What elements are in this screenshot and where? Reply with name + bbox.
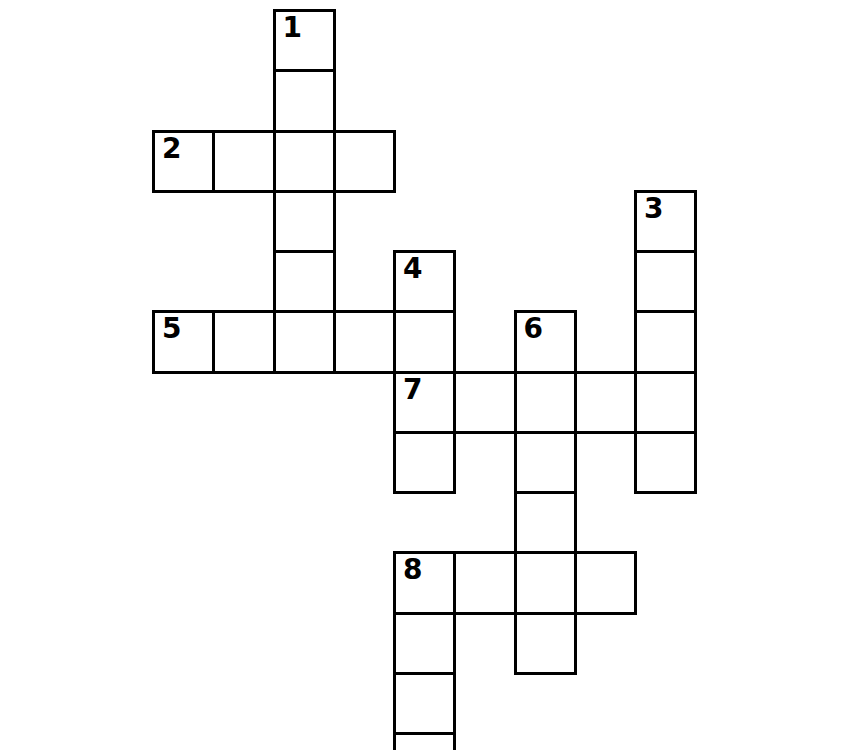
grid-cell[interactable] xyxy=(453,551,516,614)
grid-cell[interactable] xyxy=(634,250,697,313)
grid-cell[interactable] xyxy=(212,130,275,193)
grid-cell[interactable] xyxy=(514,551,577,614)
grid-cell[interactable] xyxy=(634,310,697,373)
grid-cell[interactable] xyxy=(634,371,697,434)
grid-cell[interactable] xyxy=(634,431,697,494)
grid-cell[interactable] xyxy=(393,612,456,675)
grid-cell[interactable] xyxy=(574,551,637,614)
grid-cell[interactable] xyxy=(574,371,637,434)
grid-cell[interactable]: 1 xyxy=(273,9,336,72)
grid-cell[interactable] xyxy=(273,130,336,193)
grid-cell[interactable]: 2 xyxy=(152,130,215,193)
grid-cell[interactable] xyxy=(393,431,456,494)
grid-cell[interactable] xyxy=(514,612,577,675)
grid-cell[interactable] xyxy=(273,310,336,373)
grid-cell[interactable] xyxy=(212,310,275,373)
clue-number: 3 xyxy=(644,194,663,224)
grid-cell[interactable] xyxy=(333,130,396,193)
clue-number: 5 xyxy=(162,314,181,344)
grid-cell[interactable] xyxy=(393,732,456,750)
grid-cell[interactable]: 4 xyxy=(393,250,456,313)
grid-cell[interactable]: 8 xyxy=(393,551,456,614)
grid-cell[interactable]: 7 xyxy=(393,371,456,434)
grid-cell[interactable] xyxy=(453,371,516,434)
grid-cell[interactable] xyxy=(273,190,336,253)
grid-cell[interactable] xyxy=(273,250,336,313)
crossword-board: 12345678 xyxy=(152,9,697,750)
grid-cell[interactable]: 5 xyxy=(152,310,215,373)
clue-number: 6 xyxy=(524,314,543,344)
grid-cell[interactable] xyxy=(514,431,577,494)
grid-cell[interactable] xyxy=(393,310,456,373)
grid-cell[interactable]: 3 xyxy=(634,190,697,253)
clue-number: 1 xyxy=(283,13,302,43)
clue-number: 8 xyxy=(403,555,422,585)
grid-cell[interactable] xyxy=(333,310,396,373)
clue-number: 7 xyxy=(403,375,422,405)
grid-cell[interactable] xyxy=(393,672,456,735)
grid-cell[interactable] xyxy=(514,371,577,434)
grid-cell[interactable] xyxy=(514,491,577,554)
clue-number: 4 xyxy=(403,254,422,284)
grid-cell[interactable] xyxy=(273,69,336,132)
grid-cell[interactable]: 6 xyxy=(514,310,577,373)
clue-number: 2 xyxy=(162,134,181,164)
